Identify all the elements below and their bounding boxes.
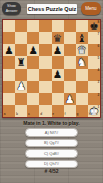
square-c5: [27, 56, 39, 68]
square-h2: 2: [88, 93, 100, 105]
square-a7: [3, 32, 15, 44]
square-d1: d: [39, 105, 51, 117]
answer-option-a[interactable]: A) Nf7#: [25, 128, 78, 137]
piece-white-queen: ♛: [77, 45, 86, 56]
piece-white-pawn: ♟: [65, 93, 74, 104]
square-a2: [3, 93, 15, 105]
coord-rank-1: 1: [97, 106, 99, 109]
square-b8: [15, 20, 27, 32]
piece-black-pawn: ♟: [53, 69, 62, 80]
square-c8: [27, 20, 39, 32]
piece-black-pawn: ♟: [29, 45, 38, 56]
coord-file-e: e: [52, 113, 54, 116]
piece-white-pawn: ♟: [16, 81, 25, 92]
square-f8: [64, 20, 76, 32]
square-g4: [76, 69, 88, 81]
coord-rank-5: 5: [97, 57, 99, 60]
square-h3: 3: [88, 81, 100, 93]
square-a6: ♟: [3, 44, 15, 56]
square-a8: [3, 20, 15, 32]
menu-button[interactable]: Menu: [81, 2, 101, 15]
square-d2: [39, 93, 51, 105]
square-b7: [15, 32, 27, 44]
piece-black-bishop: ♝: [77, 32, 86, 43]
square-a4: [3, 69, 15, 81]
square-e3: [52, 81, 64, 93]
piece-black-rook: ♜: [16, 57, 25, 68]
square-e4: ♟: [52, 69, 64, 81]
square-h6: 6: [88, 44, 100, 56]
square-f2: ♟: [64, 93, 76, 105]
square-c4: [27, 69, 39, 81]
piece-white-knight: ♞: [77, 57, 86, 68]
square-f5: [64, 56, 76, 68]
square-g7: ♝: [76, 32, 88, 44]
square-g5: ♞: [76, 56, 88, 68]
square-c2: [27, 93, 39, 105]
square-e5: [52, 56, 64, 68]
coord-file-h: h: [89, 113, 91, 116]
square-f7: [64, 32, 76, 44]
coord-file-b: b: [16, 113, 18, 116]
square-b4: [15, 69, 27, 81]
square-a1: a: [3, 105, 15, 117]
square-g8: [76, 20, 88, 32]
square-g6: ♛: [76, 44, 88, 56]
square-f1: f: [64, 105, 76, 117]
puzzle-counter: # 4/52: [0, 168, 103, 174]
square-d4: [39, 69, 51, 81]
square-b2: [15, 93, 27, 105]
square-b6: [15, 44, 27, 56]
square-h8: ♚8: [88, 20, 100, 32]
coord-file-c: c: [28, 113, 30, 116]
coord-rank-8: 8: [97, 21, 99, 24]
square-d8: [39, 20, 51, 32]
square-g1: g: [76, 105, 88, 117]
square-h5: 5: [88, 56, 100, 68]
coord-rank-4: 4: [97, 69, 99, 72]
app-title: Chess Puzzle Quiz: [27, 4, 77, 14]
answer-option-c[interactable]: C) Qd8#: [25, 149, 78, 158]
square-b1: b: [15, 105, 27, 117]
square-f6: [64, 44, 76, 56]
square-d6: [39, 44, 51, 56]
piece-black-pawn: ♟: [53, 45, 62, 56]
chess-puzzle-app: Show Answer Chess Puzzle Quiz Menu ♚8♛♝7…: [0, 0, 103, 183]
square-c6: ♟: [27, 44, 39, 56]
coord-rank-7: 7: [97, 33, 99, 36]
puzzle-prompt: Mate in 1. White to play.: [0, 120, 103, 126]
piece-black-queen: ♛: [53, 32, 62, 43]
square-g2: [76, 93, 88, 105]
square-e6: ♟: [52, 44, 64, 56]
square-c7: [27, 32, 39, 44]
square-a3: [3, 81, 15, 93]
square-d3: [39, 81, 51, 93]
square-f3: [64, 81, 76, 93]
coord-rank-3: 3: [97, 81, 99, 84]
square-h7: 7: [88, 32, 100, 44]
piece-black-pawn: ♟: [4, 45, 13, 56]
answer-options: A) Nf7# B) Qg7# C) Qd8# D) Qh7#: [25, 128, 78, 168]
coord-file-a: a: [4, 113, 6, 116]
square-a5: [3, 56, 15, 68]
answer-option-b[interactable]: B) Qg7#: [25, 139, 78, 148]
square-h1: ♚h1: [88, 105, 100, 117]
coord-file-d: d: [40, 113, 42, 116]
square-b5: ♜: [15, 56, 27, 68]
answer-option-d[interactable]: D) Qh7#: [25, 160, 78, 169]
square-d5: [39, 56, 51, 68]
square-d7: [39, 32, 51, 44]
square-b3: ♟: [15, 81, 27, 93]
coord-rank-2: 2: [97, 94, 99, 97]
coord-file-f: f: [64, 113, 65, 116]
square-c3: [27, 81, 39, 93]
square-e2: [52, 93, 64, 105]
chess-board: ♚8♛♝7♟♟♟♛6♜♞5♟4♟3♟2abcdefg♚h1: [2, 19, 101, 118]
square-h4: 4: [88, 69, 100, 81]
square-e8: [52, 20, 64, 32]
square-e7: ♛: [52, 32, 64, 44]
show-answer-button[interactable]: Show Answer: [2, 2, 21, 15]
top-bar: Show Answer Chess Puzzle Quiz Menu: [0, 0, 103, 18]
square-c1: c: [27, 105, 39, 117]
square-g3: [76, 81, 88, 93]
coord-file-g: g: [77, 113, 79, 116]
square-f4: [64, 69, 76, 81]
coord-rank-6: 6: [97, 45, 99, 48]
square-e1: e: [52, 105, 64, 117]
